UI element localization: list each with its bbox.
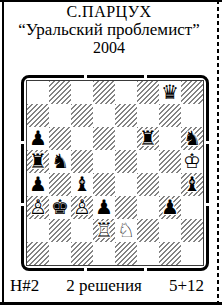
square-g6[interactable] [159, 127, 181, 150]
stipulation-label: H#2 [10, 276, 39, 296]
square-h1[interactable] [181, 242, 203, 265]
black-pawn: ♟ [27, 173, 49, 196]
square-c2[interactable] [71, 219, 93, 242]
square-b6[interactable] [49, 127, 71, 150]
square-f1[interactable] [137, 242, 159, 265]
square-e5[interactable] [115, 150, 137, 173]
white-pawn: ♙ [27, 196, 49, 219]
square-c3[interactable]: ♙ [71, 196, 93, 219]
square-c4[interactable]: ♝ [71, 173, 93, 196]
square-g1[interactable] [159, 242, 181, 265]
square-b1[interactable] [49, 242, 71, 265]
frame-gap [20, 141, 25, 144]
frame-gap [84, 74, 87, 79]
publication-year: 2004 [4, 39, 214, 57]
square-d7[interactable] [93, 104, 115, 127]
frame-gap [144, 267, 147, 272]
square-b8[interactable] [49, 81, 71, 104]
square-h5[interactable]: ♔ [181, 150, 203, 173]
square-b4[interactable] [49, 173, 71, 196]
square-d3[interactable]: ♟ [93, 196, 115, 219]
square-d8[interactable] [93, 81, 115, 104]
black-pawn: ♟ [159, 196, 181, 219]
square-e2[interactable]: ♘ [115, 219, 137, 242]
black-queen: ♛ [159, 81, 181, 104]
square-f7[interactable] [137, 104, 159, 127]
square-g3[interactable]: ♟ [159, 196, 181, 219]
chess-board: ♛♟♜♞♜♞♔♟♝♝♙♚♙♟♟♖♘ [21, 75, 209, 271]
square-h3[interactable] [181, 196, 203, 219]
problem-header: С.ПАРЦУХ “Уральский проблемист” 2004 [4, 3, 214, 57]
square-e6[interactable] [115, 127, 137, 150]
square-b3[interactable]: ♚ [49, 196, 71, 219]
square-g2[interactable] [159, 219, 181, 242]
square-d4[interactable] [93, 173, 115, 196]
frame-gap [84, 267, 87, 272]
square-g4[interactable] [159, 173, 181, 196]
square-a4[interactable]: ♟ [27, 173, 49, 196]
square-c6[interactable] [71, 127, 93, 150]
frame-gap [144, 74, 147, 79]
frame-gap [205, 203, 210, 206]
square-f6[interactable]: ♜ [137, 127, 159, 150]
square-f2[interactable] [137, 219, 159, 242]
black-bishop: ♝ [71, 173, 93, 196]
square-a5[interactable]: ♜ [27, 150, 49, 173]
square-e8[interactable] [115, 81, 137, 104]
black-rook: ♜ [137, 127, 159, 150]
square-d1[interactable] [93, 242, 115, 265]
square-e1[interactable] [115, 242, 137, 265]
black-knight: ♞ [49, 150, 71, 173]
white-knight: ♘ [115, 219, 137, 242]
material-count: 5+12 [169, 276, 204, 296]
board-squares: ♛♟♜♞♜♞♔♟♝♝♙♚♙♟♟♖♘ [27, 81, 203, 265]
square-b7[interactable] [49, 104, 71, 127]
square-c5[interactable] [71, 150, 93, 173]
source-title: “Уральский проблемист” [4, 21, 214, 40]
square-d6[interactable] [93, 127, 115, 150]
square-f8[interactable] [137, 81, 159, 104]
square-b5[interactable]: ♞ [49, 150, 71, 173]
square-a3[interactable]: ♙ [27, 196, 49, 219]
square-a8[interactable] [27, 81, 49, 104]
square-a7[interactable] [27, 104, 49, 127]
black-rook: ♜ [27, 150, 49, 173]
black-king: ♚ [49, 196, 71, 219]
square-a1[interactable] [27, 242, 49, 265]
frame-gap [205, 141, 210, 144]
square-e3[interactable] [115, 196, 137, 219]
square-d5[interactable] [93, 150, 115, 173]
square-c1[interactable] [71, 242, 93, 265]
white-king: ♔ [181, 150, 203, 173]
problem-caption: H#2 2 решения 5+12 [0, 276, 214, 296]
square-h8[interactable] [181, 81, 203, 104]
square-d2[interactable]: ♖ [93, 219, 115, 242]
white-rook: ♖ [93, 219, 115, 242]
page-border-right-dashed [217, 0, 219, 305]
solutions-label: 2 решения [66, 276, 141, 296]
square-f5[interactable] [137, 150, 159, 173]
white-pawn: ♙ [71, 196, 93, 219]
square-c8[interactable] [71, 81, 93, 104]
square-b2[interactable] [49, 219, 71, 242]
black-knight: ♞ [181, 127, 203, 150]
square-a6[interactable]: ♟ [27, 127, 49, 150]
square-e7[interactable] [115, 104, 137, 127]
square-c7[interactable] [71, 104, 93, 127]
page-border-top [0, 0, 222, 2]
square-e4[interactable] [115, 173, 137, 196]
black-pawn: ♟ [27, 127, 49, 150]
square-g8[interactable]: ♛ [159, 81, 181, 104]
author-name: С.ПАРЦУХ [4, 3, 214, 21]
square-f4[interactable] [137, 173, 159, 196]
square-a2[interactable] [27, 219, 49, 242]
square-g7[interactable] [159, 104, 181, 127]
black-bishop: ♝ [181, 173, 203, 196]
black-pawn: ♟ [93, 196, 115, 219]
square-h2[interactable] [181, 219, 203, 242]
square-g5[interactable] [159, 150, 181, 173]
frame-gap [20, 203, 25, 206]
square-f3[interactable] [137, 196, 159, 219]
board-inner-frame: ♛♟♜♞♜♞♔♟♝♝♙♚♙♟♟♖♘ [26, 80, 204, 266]
square-h6[interactable]: ♞ [181, 127, 203, 150]
square-h7[interactable] [181, 104, 203, 127]
square-h4[interactable]: ♝ [181, 173, 203, 196]
